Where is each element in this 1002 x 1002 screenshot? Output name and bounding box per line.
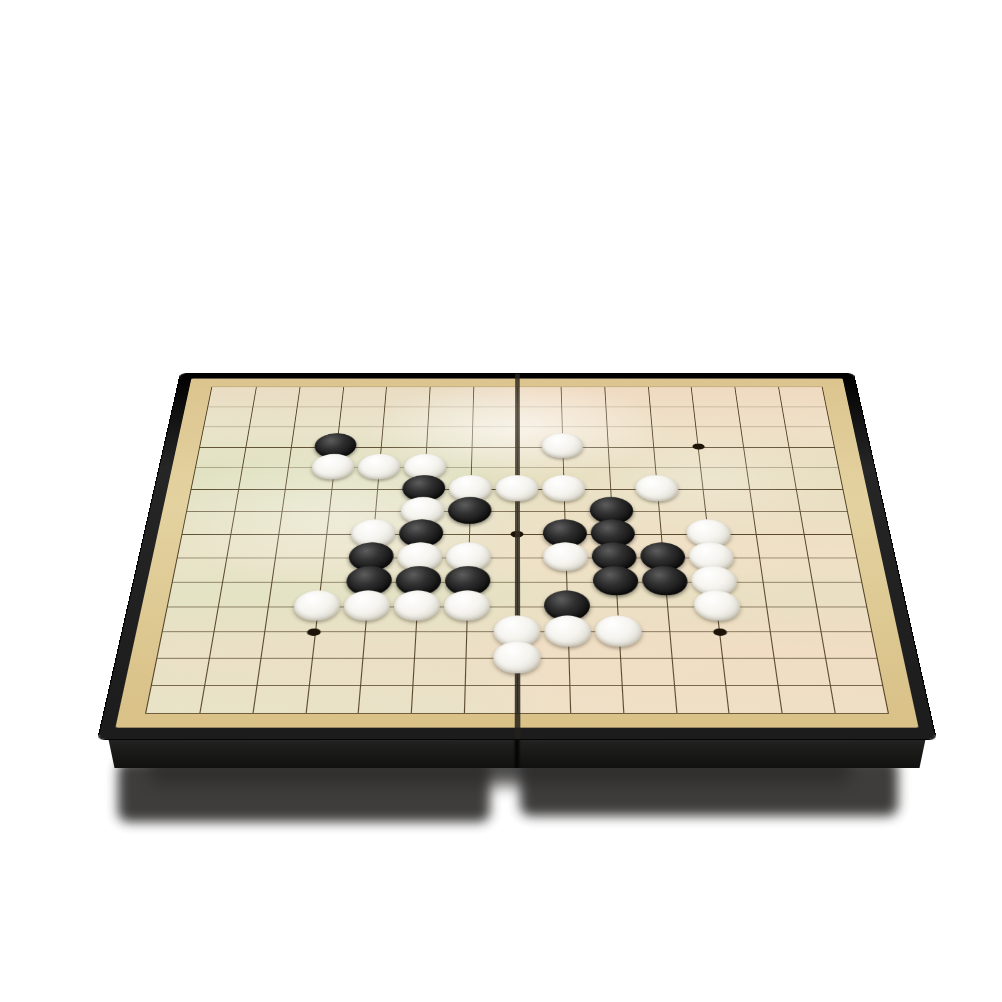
black-stone[interactable] bbox=[592, 566, 639, 595]
white-stone[interactable] bbox=[542, 475, 585, 501]
star-point bbox=[692, 444, 705, 450]
white-stone[interactable] bbox=[541, 433, 583, 458]
hinge-seam bbox=[514, 374, 520, 740]
white-stone[interactable] bbox=[544, 616, 591, 647]
go-board-scene bbox=[144, 346, 890, 726]
board-foot-shadow-left bbox=[118, 760, 490, 822]
white-stone[interactable] bbox=[495, 475, 538, 501]
white-stone[interactable] bbox=[493, 641, 541, 673]
go-board bbox=[98, 374, 935, 740]
star-point bbox=[713, 629, 728, 636]
white-stone[interactable] bbox=[595, 616, 643, 647]
product-photo-page: { "game": "go (weiqi / gomoku) - folding… bbox=[0, 0, 1002, 1002]
white-stone[interactable] bbox=[543, 542, 588, 571]
